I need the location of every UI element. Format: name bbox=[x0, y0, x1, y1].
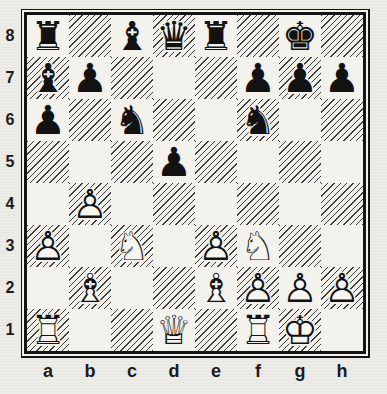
black-pawn: ♟ bbox=[153, 141, 195, 183]
square-e8[interactable]: ♜ bbox=[195, 15, 237, 57]
white-knight-outline: ♘ bbox=[111, 225, 153, 267]
rank-label-2: 2 bbox=[0, 267, 20, 309]
chess-board: ♜♝♛♜♚♝♟♟♟♟♟♞♞♟♟♙♟♙♞♘♟♙♞♘♝♗♝♗♟♙♟♙♟♙♜♖♛♕♜♖… bbox=[24, 12, 366, 354]
square-b5[interactable] bbox=[69, 141, 111, 183]
square-c4[interactable] bbox=[111, 183, 153, 225]
square-c1[interactable] bbox=[111, 309, 153, 351]
square-h7[interactable]: ♟ bbox=[321, 57, 363, 99]
white-bishop-outline: ♗ bbox=[69, 267, 111, 309]
square-g7[interactable]: ♟ bbox=[279, 57, 321, 99]
white-queen-outline: ♕ bbox=[153, 309, 195, 351]
square-d5[interactable]: ♟ bbox=[153, 141, 195, 183]
white-knight-outline: ♘ bbox=[237, 225, 279, 267]
square-c8[interactable]: ♝ bbox=[111, 15, 153, 57]
square-d1[interactable]: ♛♕ bbox=[153, 309, 195, 351]
square-g8[interactable]: ♚ bbox=[279, 15, 321, 57]
square-b3[interactable] bbox=[69, 225, 111, 267]
black-pawn: ♟ bbox=[279, 57, 321, 99]
square-a1[interactable]: ♜♖ bbox=[27, 309, 69, 351]
square-g3[interactable] bbox=[279, 225, 321, 267]
square-f6[interactable]: ♞ bbox=[237, 99, 279, 141]
square-a7[interactable]: ♝ bbox=[27, 57, 69, 99]
square-g1[interactable]: ♚♔ bbox=[279, 309, 321, 351]
square-g5[interactable] bbox=[279, 141, 321, 183]
white-pawn-outline: ♙ bbox=[237, 267, 279, 309]
square-d6[interactable] bbox=[153, 99, 195, 141]
square-e7[interactable] bbox=[195, 57, 237, 99]
white-pawn-outline: ♙ bbox=[321, 267, 363, 309]
square-g4[interactable] bbox=[279, 183, 321, 225]
file-label-h: h bbox=[321, 361, 363, 382]
square-c7[interactable] bbox=[111, 57, 153, 99]
black-pawn: ♟ bbox=[321, 57, 363, 99]
file-label-a: a bbox=[27, 361, 69, 382]
black-bishop: ♝ bbox=[27, 57, 69, 99]
square-f1[interactable]: ♜♖ bbox=[237, 309, 279, 351]
black-pawn: ♟ bbox=[69, 57, 111, 99]
white-bishop-outline: ♗ bbox=[195, 267, 237, 309]
square-b7[interactable]: ♟ bbox=[69, 57, 111, 99]
square-c5[interactable] bbox=[111, 141, 153, 183]
square-g6[interactable] bbox=[279, 99, 321, 141]
board-frame: ♜♝♛♜♚♝♟♟♟♟♟♞♞♟♟♙♟♙♞♘♟♙♞♘♝♗♝♗♟♙♟♙♟♙♜♖♛♕♜♖… bbox=[21, 9, 370, 358]
white-pawn-outline: ♙ bbox=[279, 267, 321, 309]
file-label-e: e bbox=[195, 361, 237, 382]
square-a4[interactable] bbox=[27, 183, 69, 225]
square-h5[interactable] bbox=[321, 141, 363, 183]
rank-label-7: 7 bbox=[0, 57, 20, 99]
white-rook-outline: ♖ bbox=[27, 309, 69, 351]
square-d8[interactable]: ♛ bbox=[153, 15, 195, 57]
square-f5[interactable] bbox=[237, 141, 279, 183]
square-a8[interactable]: ♜ bbox=[27, 15, 69, 57]
square-d4[interactable] bbox=[153, 183, 195, 225]
square-a3[interactable]: ♟♙ bbox=[27, 225, 69, 267]
square-a6[interactable]: ♟ bbox=[27, 99, 69, 141]
square-a5[interactable] bbox=[27, 141, 69, 183]
square-d2[interactable] bbox=[153, 267, 195, 309]
square-g2[interactable]: ♟♙ bbox=[279, 267, 321, 309]
square-h1[interactable] bbox=[321, 309, 363, 351]
rank-label-1: 1 bbox=[0, 309, 20, 351]
square-e5[interactable] bbox=[195, 141, 237, 183]
file-label-c: c bbox=[111, 361, 153, 382]
square-d3[interactable] bbox=[153, 225, 195, 267]
square-e2[interactable]: ♝♗ bbox=[195, 267, 237, 309]
rank-label-8: 8 bbox=[0, 15, 20, 57]
square-f4[interactable] bbox=[237, 183, 279, 225]
black-king: ♚ bbox=[279, 15, 321, 57]
square-c6[interactable]: ♞ bbox=[111, 99, 153, 141]
file-label-d: d bbox=[153, 361, 195, 382]
black-knight: ♞ bbox=[237, 99, 279, 141]
rank-label-3: 3 bbox=[0, 225, 20, 267]
square-h6[interactable] bbox=[321, 99, 363, 141]
rank-label-5: 5 bbox=[0, 141, 20, 183]
white-king-outline: ♔ bbox=[279, 309, 321, 351]
square-f7[interactable]: ♟ bbox=[237, 57, 279, 99]
square-f8[interactable] bbox=[237, 15, 279, 57]
square-c3[interactable]: ♞♘ bbox=[111, 225, 153, 267]
rank-label-6: 6 bbox=[0, 99, 20, 141]
black-pawn: ♟ bbox=[237, 57, 279, 99]
chess-diagram: 8 7 6 5 4 3 2 1 ♜♝♛♜♚♝♟♟♟♟♟♞♞♟♟♙♟♙♞♘♟♙♞♘… bbox=[0, 0, 387, 394]
square-b2[interactable]: ♝♗ bbox=[69, 267, 111, 309]
white-pawn-outline: ♙ bbox=[195, 225, 237, 267]
square-h3[interactable] bbox=[321, 225, 363, 267]
square-a2[interactable] bbox=[27, 267, 69, 309]
file-label-g: g bbox=[279, 361, 321, 382]
square-e1[interactable] bbox=[195, 309, 237, 351]
file-label-f: f bbox=[237, 361, 279, 382]
square-h8[interactable] bbox=[321, 15, 363, 57]
white-pawn-outline: ♙ bbox=[69, 183, 111, 225]
square-e3[interactable]: ♟♙ bbox=[195, 225, 237, 267]
black-rook: ♜ bbox=[27, 15, 69, 57]
black-pawn: ♟ bbox=[27, 99, 69, 141]
square-b8[interactable] bbox=[69, 15, 111, 57]
square-e6[interactable] bbox=[195, 99, 237, 141]
file-labels: a b c d e f g h bbox=[27, 361, 363, 382]
square-d7[interactable] bbox=[153, 57, 195, 99]
square-b1[interactable] bbox=[69, 309, 111, 351]
square-e4[interactable] bbox=[195, 183, 237, 225]
white-pawn-outline: ♙ bbox=[27, 225, 69, 267]
black-knight: ♞ bbox=[111, 99, 153, 141]
square-h4[interactable] bbox=[321, 183, 363, 225]
square-f3[interactable]: ♞♘ bbox=[237, 225, 279, 267]
white-rook-outline: ♖ bbox=[237, 309, 279, 351]
square-b4[interactable]: ♟♙ bbox=[69, 183, 111, 225]
square-b6[interactable] bbox=[69, 99, 111, 141]
square-h2[interactable]: ♟♙ bbox=[321, 267, 363, 309]
rank-label-4: 4 bbox=[0, 183, 20, 225]
rank-labels: 8 7 6 5 4 3 2 1 bbox=[0, 15, 20, 351]
black-rook: ♜ bbox=[195, 15, 237, 57]
black-queen: ♛ bbox=[153, 15, 195, 57]
file-label-b: b bbox=[69, 361, 111, 382]
black-bishop: ♝ bbox=[111, 15, 153, 57]
square-f2[interactable]: ♟♙ bbox=[237, 267, 279, 309]
square-c2[interactable] bbox=[111, 267, 153, 309]
